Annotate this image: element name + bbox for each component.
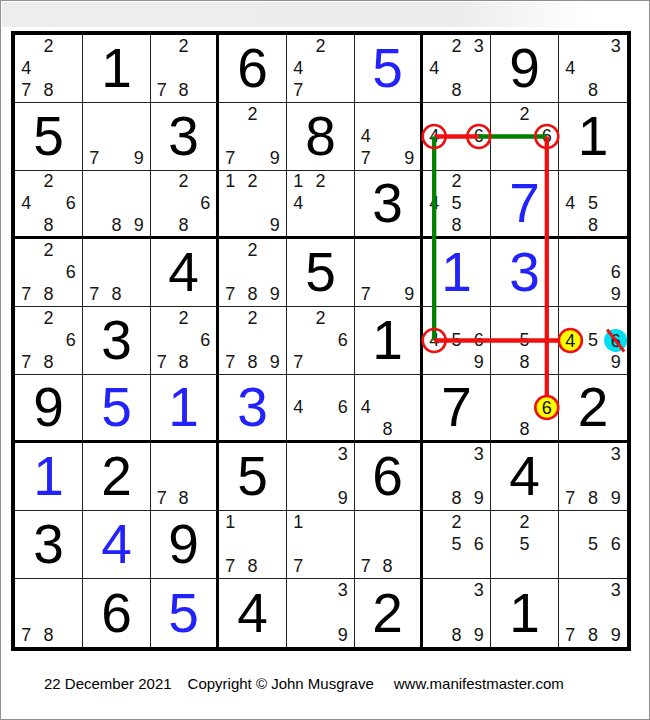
cell-r7c9[interactable]: 3789 <box>559 443 627 511</box>
candidate-grid: 3789 <box>559 443 627 510</box>
candidate-digit: 6 <box>604 533 627 555</box>
candidate-digit: 8 <box>37 80 59 102</box>
candidate-digit: 8 <box>582 80 605 102</box>
cell-r7c6[interactable]: 6 <box>355 443 423 511</box>
candidate-digit: 8 <box>105 214 127 236</box>
cell-r6c9[interactable]: 2 <box>559 375 627 443</box>
cell-r7c4[interactable]: 5 <box>219 443 287 511</box>
cell-r2c3[interactable]: 3 <box>151 103 219 171</box>
candidate-grid: 279 <box>219 103 286 170</box>
candidate-digit: 3 <box>604 443 627 465</box>
cell-r7c3[interactable]: 78 <box>151 443 219 511</box>
candidate-digit: 4 <box>423 329 445 351</box>
candidate-digit: 2 <box>241 171 263 193</box>
candidate-grid: 458 <box>559 171 627 236</box>
solved-digit: 9 <box>168 517 199 572</box>
cell-r8c7[interactable]: 256 <box>423 511 491 579</box>
candidate-digit: 8 <box>582 214 605 236</box>
candidate-digit: 7 <box>219 352 241 374</box>
cell-r2c6[interactable]: 479 <box>355 103 423 171</box>
solved-digit: 6 <box>101 586 132 641</box>
candidate-digit: 2 <box>37 171 59 193</box>
candidate-digit: 7 <box>355 556 377 578</box>
candidate-digit: 8 <box>445 624 467 647</box>
candidate-digit: 2 <box>173 171 195 193</box>
candidate-grid: 389 <box>423 443 490 510</box>
candidate-digit: 8 <box>445 80 467 102</box>
cell-r4c7[interactable]: 1 <box>423 239 491 307</box>
solved-digit: 3 <box>33 517 64 572</box>
cell-r7c5[interactable]: 39 <box>287 443 355 511</box>
solved-digit: 4 <box>101 517 132 572</box>
candidate-grid: 69 <box>559 239 627 306</box>
cell-r9c4[interactable]: 4 <box>219 579 287 647</box>
candidate-digit: 9 <box>604 488 627 510</box>
candidate-digit: 9 <box>332 488 354 510</box>
candidate-grid: 124 <box>287 171 354 236</box>
candidate-digit: 9 <box>264 352 286 374</box>
candidate-digit: 9 <box>398 284 420 306</box>
candidate-digit: 8 <box>377 556 399 578</box>
candidate-digit: 6 <box>604 261 627 283</box>
candidate-grid: 2789 <box>219 307 286 374</box>
solved-digit: 3 <box>101 313 132 368</box>
candidate-digit: 6 <box>60 193 82 215</box>
cell-r4c1[interactable]: 2678 <box>15 239 83 307</box>
candidate-digit: 4 <box>15 193 37 215</box>
candidate-digit: 6 <box>332 329 354 351</box>
candidate-digit: 8 <box>445 488 467 510</box>
cell-r3c3[interactable]: 268 <box>151 171 219 239</box>
candidate-digit: 7 <box>219 148 241 170</box>
candidate-digit: 8 <box>173 488 195 510</box>
candidate-digit: 3 <box>468 579 490 602</box>
candidate-digit: 4 <box>287 397 309 419</box>
candidate-digit: 8 <box>241 556 263 578</box>
cell-r8c5[interactable]: 17 <box>287 511 355 579</box>
candidate-digit: 1 <box>287 511 309 533</box>
candidate-grid: 2478 <box>15 35 82 102</box>
cell-r2c4[interactable]: 279 <box>219 103 287 171</box>
cell-r9c7[interactable]: 389 <box>423 579 491 647</box>
solved-digit: 6 <box>237 41 268 96</box>
candidate-digit: 6 <box>468 329 490 351</box>
candidate-digit: 6 <box>604 329 627 351</box>
candidate-digit: 6 <box>332 397 354 419</box>
cell-r7c2[interactable]: 2 <box>83 443 151 511</box>
candidate-digit: 7 <box>559 624 582 647</box>
candidate-grid: 48 <box>355 375 420 440</box>
candidate-digit: 2 <box>37 35 59 57</box>
candidate-digit: 7 <box>15 80 37 102</box>
cell-r2c8[interactable]: 26 <box>491 103 559 171</box>
cell-r1c7[interactable]: 2348 <box>423 35 491 103</box>
solved-digit: 9 <box>509 41 540 96</box>
cell-r2c9[interactable]: 1 <box>559 103 627 171</box>
cell-r1c3[interactable]: 278 <box>151 35 219 103</box>
candidate-digit: 9 <box>398 148 420 170</box>
solved-digit: 2 <box>578 380 609 435</box>
solved-digit: 5 <box>237 449 268 504</box>
candidate-grid: 4569 <box>559 307 627 374</box>
candidate-digit: 4 <box>15 57 37 79</box>
cell-r1c1[interactable]: 2478 <box>15 35 83 103</box>
cell-r8c2[interactable]: 4 <box>83 511 151 579</box>
candidate-digit: 7 <box>151 80 173 102</box>
solved-digit: 4 <box>237 586 268 641</box>
candidate-grid: 39 <box>287 579 354 647</box>
candidate-grid: 267 <box>287 307 354 374</box>
candidate-digit: 7 <box>151 352 173 374</box>
candidate-digit: 2 <box>37 307 59 329</box>
cell-r1c6[interactable]: 5 <box>355 35 423 103</box>
solved-digit: 1 <box>578 109 609 164</box>
candidate-digit: 9 <box>604 284 627 306</box>
candidate-digit: 2 <box>309 35 331 57</box>
candidate-digit: 9 <box>604 352 627 374</box>
candidate-digit: 7 <box>219 556 241 578</box>
candidate-digit: 8 <box>582 488 605 510</box>
solved-digit: 1 <box>101 41 132 96</box>
candidate-grid: 25 <box>491 511 558 578</box>
footer-date: 22 December 2021 <box>44 675 172 692</box>
candidate-grid: 58 <box>491 307 558 374</box>
candidate-digit: 9 <box>604 624 627 647</box>
candidate-digit: 1 <box>219 171 241 193</box>
solved-digit: 2 <box>101 449 132 504</box>
solved-digit: 4 <box>509 449 540 504</box>
candidate-digit: 5 <box>445 329 467 351</box>
cell-r5c2[interactable]: 3 <box>83 307 151 375</box>
candidate-digit: 3 <box>604 35 627 57</box>
candidate-grid: 39 <box>287 443 354 510</box>
candidate-digit: 4 <box>559 329 582 351</box>
candidate-digit: 3 <box>332 443 354 465</box>
cell-r4c9[interactable]: 69 <box>559 239 627 307</box>
candidate-grid: 78 <box>151 443 216 510</box>
solved-digit: 7 <box>441 380 472 435</box>
cell-r1c4[interactable]: 6 <box>219 35 287 103</box>
candidate-digit: 2 <box>241 307 263 329</box>
candidate-digit: 8 <box>105 284 127 306</box>
cell-r1c5[interactable]: 247 <box>287 35 355 103</box>
candidate-digit: 9 <box>128 214 150 236</box>
candidate-digit: 7 <box>151 488 173 510</box>
candidate-grid: 389 <box>423 579 490 647</box>
solved-digit: 1 <box>168 380 199 435</box>
candidate-digit: 8 <box>37 214 59 236</box>
solved-digit: 1 <box>33 449 64 504</box>
candidate-digit: 3 <box>604 579 627 602</box>
cell-r6c3[interactable]: 1 <box>151 375 219 443</box>
solved-digit: 5 <box>168 586 199 641</box>
candidate-grid: 89 <box>83 171 150 236</box>
sudoku-grid: 2478127862475234893485793279847946261246… <box>11 31 631 651</box>
candidate-digit: 7 <box>15 352 37 374</box>
candidate-digit: 8 <box>513 352 535 374</box>
cell-r1c8[interactable]: 9 <box>491 35 559 103</box>
candidate-grid: 78 <box>15 579 82 647</box>
cell-r4c2[interactable]: 78 <box>83 239 151 307</box>
candidate-digit: 2 <box>309 171 331 193</box>
candidate-digit: 3 <box>332 579 354 602</box>
footer-copyright: Copyright © John Musgrave <box>188 675 374 692</box>
cell-r9c2[interactable]: 6 <box>83 579 151 647</box>
solved-digit: 7 <box>509 176 540 231</box>
candidate-digit: 9 <box>264 148 286 170</box>
cell-r9c8[interactable]: 1 <box>491 579 559 647</box>
candidate-grid: 4569 <box>423 307 490 374</box>
cell-r5c3[interactable]: 2678 <box>151 307 219 375</box>
candidate-digit: 6 <box>60 329 82 351</box>
candidate-digit: 2 <box>241 239 263 261</box>
candidate-digit: 9 <box>332 624 354 647</box>
candidate-digit: 7 <box>355 148 377 170</box>
solved-digit: 4 <box>168 245 199 300</box>
cell-r3c8[interactable]: 7 <box>491 171 559 239</box>
candidate-digit: 6 <box>468 533 490 555</box>
candidate-digit: 3 <box>468 35 490 57</box>
candidate-grid: 268 <box>151 171 216 236</box>
candidate-digit: 7 <box>559 488 582 510</box>
candidate-grid: 56 <box>559 511 627 578</box>
solved-digit: 2 <box>372 586 403 641</box>
candidate-digit: 2 <box>513 511 535 533</box>
candidate-digit: 8 <box>37 352 59 374</box>
candidate-digit: 7 <box>83 284 105 306</box>
sudoku-board: 2478127862475234893485793279847946261246… <box>11 31 631 651</box>
candidate-digit: 9 <box>264 214 286 236</box>
candidate-digit: 5 <box>513 533 535 555</box>
cell-r5c6[interactable]: 1 <box>355 307 423 375</box>
cell-r9c9[interactable]: 3789 <box>559 579 627 647</box>
candidate-grid: 348 <box>559 35 627 102</box>
cell-r5c7[interactable]: 4569 <box>423 307 491 375</box>
cell-r3c2[interactable]: 89 <box>83 171 151 239</box>
cell-r3c9[interactable]: 458 <box>559 171 627 239</box>
candidate-grid: 26 <box>491 103 558 170</box>
cell-r3c5[interactable]: 124 <box>287 171 355 239</box>
candidate-digit: 1 <box>287 171 309 193</box>
solved-digit: 9 <box>33 380 64 435</box>
candidate-digit: 2 <box>445 171 467 193</box>
cell-r9c3[interactable]: 5 <box>151 579 219 647</box>
candidate-grid: 46 <box>423 103 490 170</box>
candidate-digit: 7 <box>15 624 37 647</box>
candidate-digit: 2 <box>445 35 467 57</box>
candidate-digit: 7 <box>83 148 105 170</box>
cell-r3c4[interactable]: 129 <box>219 171 287 239</box>
cell-r4c3[interactable]: 4 <box>151 239 219 307</box>
candidate-digit: 7 <box>287 556 309 578</box>
cell-r1c2[interactable]: 1 <box>83 35 151 103</box>
candidate-digit: 2 <box>241 103 263 125</box>
candidate-digit: 5 <box>445 533 467 555</box>
cell-r2c2[interactable]: 79 <box>83 103 151 171</box>
candidate-digit: 8 <box>445 214 467 236</box>
cell-r9c5[interactable]: 39 <box>287 579 355 647</box>
cell-r4c6[interactable]: 79 <box>355 239 423 307</box>
candidate-grid: 2678 <box>15 239 82 306</box>
candidate-digit: 4 <box>287 57 309 79</box>
solved-digit: 3 <box>168 109 199 164</box>
candidate-digit: 6 <box>194 193 216 215</box>
cell-r8c3[interactable]: 9 <box>151 511 219 579</box>
candidate-digit: 4 <box>423 57 445 79</box>
cell-r6c4[interactable]: 3 <box>219 375 287 443</box>
candidate-digit: 6 <box>60 261 82 283</box>
candidate-digit: 3 <box>468 443 490 465</box>
solved-digit: 3 <box>372 176 403 231</box>
cell-r4c4[interactable]: 2789 <box>219 239 287 307</box>
candidate-grid: 79 <box>83 103 150 170</box>
candidate-digit: 9 <box>468 624 490 647</box>
footer-website: www.manifestmaster.com <box>394 675 564 692</box>
candidate-grid: 46 <box>287 375 354 440</box>
cell-r2c5[interactable]: 8 <box>287 103 355 171</box>
candidate-digit: 1 <box>219 511 241 533</box>
candidate-grid: 247 <box>287 35 354 102</box>
cell-r5c8[interactable]: 58 <box>491 307 559 375</box>
candidate-grid: 479 <box>355 103 420 170</box>
candidate-digit: 8 <box>513 418 535 440</box>
candidate-digit: 9 <box>264 284 286 306</box>
cell-r5c9[interactable]: 4569 <box>559 307 627 375</box>
cell-r7c7[interactable]: 389 <box>423 443 491 511</box>
candidate-digit: 4 <box>559 193 582 215</box>
candidate-digit: 2 <box>445 511 467 533</box>
solved-digit: 1 <box>372 313 403 368</box>
candidate-digit: 4 <box>423 125 445 147</box>
cell-r4c5[interactable]: 5 <box>287 239 355 307</box>
cell-r8c6[interactable]: 78 <box>355 511 423 579</box>
cell-r7c8[interactable]: 4 <box>491 443 559 511</box>
candidate-grid: 2789 <box>219 239 286 306</box>
candidate-grid: 2458 <box>423 171 490 236</box>
cell-r5c1[interactable]: 2678 <box>15 307 83 375</box>
cell-r4c8[interactable]: 3 <box>491 239 559 307</box>
cell-r8c4[interactable]: 178 <box>219 511 287 579</box>
candidate-digit: 4 <box>355 397 377 419</box>
cell-r7c1[interactable]: 1 <box>15 443 83 511</box>
candidate-grid: 78 <box>355 511 420 578</box>
candidate-digit: 2 <box>173 307 195 329</box>
candidate-digit: 2 <box>173 35 195 57</box>
cell-r9c6[interactable]: 2 <box>355 579 423 647</box>
candidate-digit: 4 <box>355 125 377 147</box>
cell-r6c7[interactable]: 7 <box>423 375 491 443</box>
candidate-digit: 5 <box>582 533 605 555</box>
candidate-digit: 2 <box>37 239 59 261</box>
candidate-digit: 5 <box>582 329 605 351</box>
solved-digit: 3 <box>237 380 268 435</box>
candidate-digit: 6 <box>468 125 490 147</box>
cell-r2c7[interactable]: 46 <box>423 103 491 171</box>
cell-r1c9[interactable]: 348 <box>559 35 627 103</box>
candidate-digit: 6 <box>536 397 558 419</box>
candidate-grid: 178 <box>219 511 286 578</box>
solved-digit: 5 <box>305 245 336 300</box>
candidate-digit: 7 <box>219 284 241 306</box>
candidate-grid: 78 <box>83 239 150 306</box>
candidate-digit: 4 <box>287 193 309 215</box>
candidate-digit: 5 <box>513 329 535 351</box>
candidate-digit: 7 <box>287 80 309 102</box>
candidate-digit: 2 <box>309 307 331 329</box>
candidate-digit: 9 <box>468 352 490 374</box>
candidate-digit: 2 <box>513 103 535 125</box>
candidate-grid: 2348 <box>423 35 490 102</box>
cell-r5c5[interactable]: 267 <box>287 307 355 375</box>
cell-r8c8[interactable]: 25 <box>491 511 559 579</box>
cell-r6c2[interactable]: 5 <box>83 375 151 443</box>
cell-r6c6[interactable]: 48 <box>355 375 423 443</box>
footer: 22 December 2021Copyright © John Musgrav… <box>44 675 564 692</box>
solved-digit: 1 <box>509 586 540 641</box>
cell-r8c9[interactable]: 56 <box>559 511 627 579</box>
candidate-digit: 8 <box>173 214 195 236</box>
header-strip <box>2 2 648 27</box>
candidate-digit: 7 <box>287 352 309 374</box>
cell-r6c5[interactable]: 46 <box>287 375 355 443</box>
cell-r3c1[interactable]: 2468 <box>15 171 83 239</box>
cell-r5c4[interactable]: 2789 <box>219 307 287 375</box>
candidate-grid: 2678 <box>15 307 82 374</box>
candidate-digit: 5 <box>582 193 605 215</box>
solved-digit: 5 <box>372 41 403 96</box>
candidate-digit: 6 <box>194 329 216 351</box>
candidate-digit: 8 <box>377 418 399 440</box>
solved-digit: 5 <box>33 109 64 164</box>
solved-digit: 6 <box>372 449 403 504</box>
cell-r2c1[interactable]: 5 <box>15 103 83 171</box>
candidate-grid: 2678 <box>151 307 216 374</box>
candidate-grid: 17 <box>287 511 354 578</box>
solved-digit: 5 <box>101 380 132 435</box>
candidate-grid: 68 <box>491 375 558 440</box>
solved-digit: 8 <box>305 109 336 164</box>
cell-r6c1[interactable]: 9 <box>15 375 83 443</box>
solved-digit: 1 <box>441 245 472 300</box>
candidate-digit: 7 <box>15 284 37 306</box>
page: 2478127862475234893485793279847946261246… <box>0 0 650 720</box>
candidate-digit: 6 <box>536 125 558 147</box>
candidate-grid: 278 <box>151 35 216 102</box>
cell-r8c1[interactable]: 3 <box>15 511 83 579</box>
candidate-digit: 9 <box>468 488 490 510</box>
candidate-digit: 4 <box>559 57 582 79</box>
candidate-digit: 7 <box>355 284 377 306</box>
candidate-grid: 3789 <box>559 579 627 647</box>
candidate-digit: 5 <box>445 193 467 215</box>
candidate-digit: 8 <box>582 624 605 647</box>
candidate-digit: 8 <box>37 284 59 306</box>
cell-r9c1[interactable]: 78 <box>15 579 83 647</box>
cell-r3c7[interactable]: 2458 <box>423 171 491 239</box>
cell-r6c8[interactable]: 68 <box>491 375 559 443</box>
candidate-digit: 8 <box>173 352 195 374</box>
candidate-grid: 79 <box>355 239 420 306</box>
candidate-digit: 8 <box>241 352 263 374</box>
candidate-grid: 129 <box>219 171 286 236</box>
candidate-digit: 8 <box>37 624 59 647</box>
solved-digit: 3 <box>509 245 540 300</box>
candidate-digit: 8 <box>241 284 263 306</box>
candidate-digit: 9 <box>128 148 150 170</box>
candidate-grid: 2468 <box>15 171 82 236</box>
candidate-digit: 8 <box>173 80 195 102</box>
cell-r3c6[interactable]: 3 <box>355 171 423 239</box>
